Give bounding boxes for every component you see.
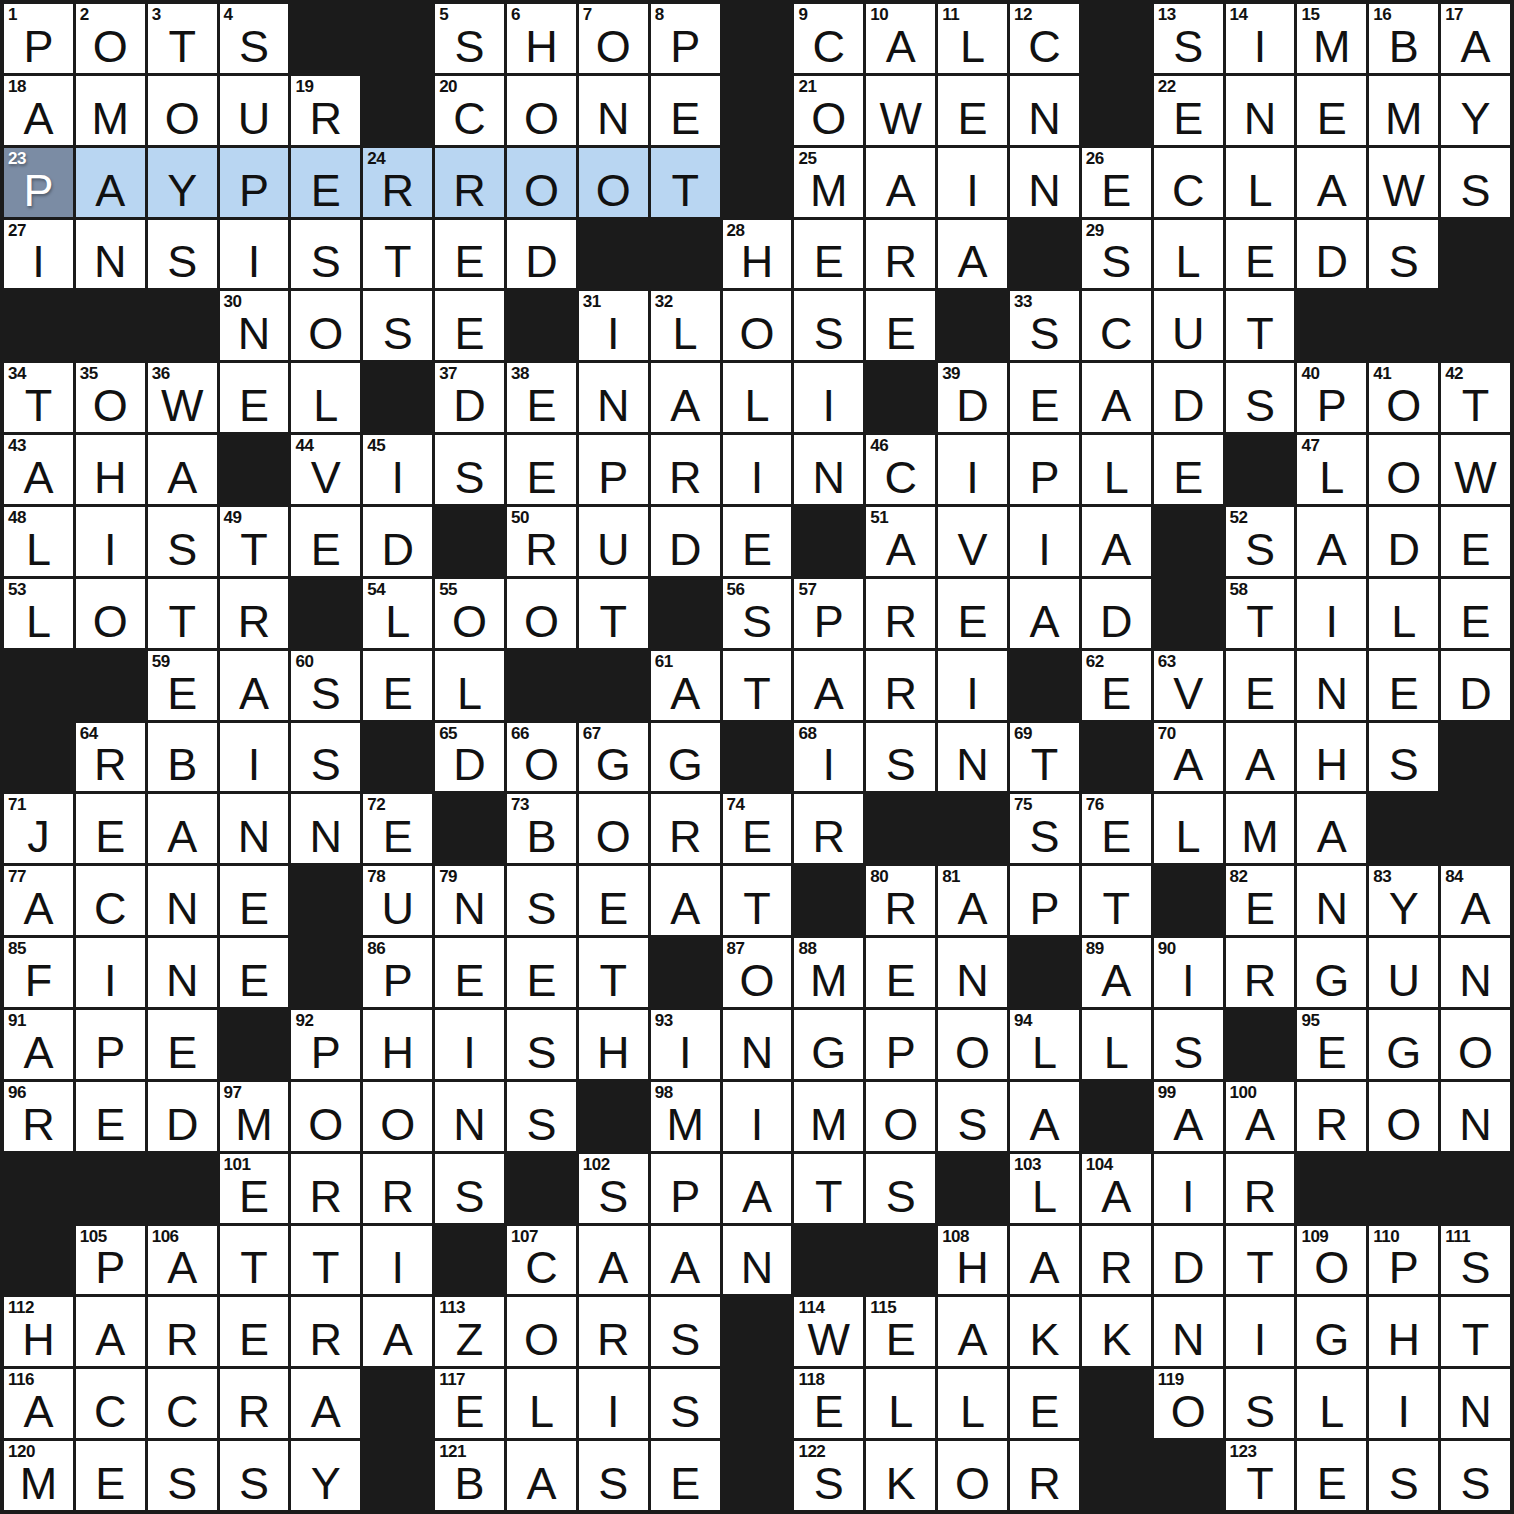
crossword-cell[interactable]: 55O <box>435 579 504 648</box>
crossword-cell[interactable]: T <box>1226 291 1295 360</box>
crossword-cell[interactable]: R <box>651 794 720 863</box>
crossword-cell[interactable]: A <box>507 1441 576 1510</box>
crossword-cell[interactable]: A <box>291 1369 360 1438</box>
crossword-cell[interactable]: 122S <box>794 1441 863 1510</box>
crossword-cell[interactable]: 69T <box>1010 723 1079 792</box>
crossword-cell[interactable]: 92P <box>291 1010 360 1079</box>
crossword-cell[interactable]: 93I <box>651 1010 720 1079</box>
crossword-cell[interactable]: 45I <box>363 435 432 504</box>
crossword-cell[interactable]: 11L <box>938 4 1007 73</box>
crossword-cell[interactable]: T <box>723 651 792 720</box>
crossword-cell[interactable]: E <box>1226 651 1295 720</box>
crossword-cell[interactable]: 60S <box>291 651 360 720</box>
crossword-cell[interactable]: 47L <box>1297 435 1366 504</box>
crossword-cell[interactable]: S <box>651 1297 720 1366</box>
crossword-cell[interactable]: O <box>363 1082 432 1151</box>
crossword-cell[interactable]: N <box>148 866 217 935</box>
crossword-cell[interactable]: A <box>1082 507 1151 576</box>
crossword-cell[interactable]: E <box>1010 363 1079 432</box>
crossword-cell[interactable]: L <box>291 363 360 432</box>
crossword-cell[interactable]: A <box>76 1297 145 1366</box>
crossword-cell[interactable]: R <box>651 435 720 504</box>
crossword-cell[interactable]: E <box>220 1297 289 1366</box>
crossword-cell[interactable]: E <box>1297 76 1366 145</box>
crossword-cell[interactable]: 75S <box>1010 794 1079 863</box>
crossword-cell[interactable]: E <box>1010 1369 1079 1438</box>
crossword-cell[interactable]: C <box>1154 148 1223 217</box>
crossword-cell[interactable]: L <box>1154 220 1223 289</box>
crossword-cell[interactable]: E <box>507 938 576 1007</box>
crossword-cell[interactable]: 44V <box>291 435 360 504</box>
crossword-cell[interactable]: R <box>794 794 863 863</box>
crossword-cell[interactable]: P <box>76 1010 145 1079</box>
crossword-cell[interactable]: E <box>220 938 289 1007</box>
crossword-cell[interactable]: S <box>1369 723 1438 792</box>
crossword-cell[interactable]: 89A <box>1082 938 1151 1007</box>
crossword-cell[interactable]: T <box>220 1226 289 1295</box>
crossword-cell[interactable]: 104A <box>1082 1154 1151 1223</box>
crossword-cell[interactable]: P <box>220 148 289 217</box>
crossword-cell[interactable]: H <box>1297 723 1366 792</box>
crossword-cell[interactable]: E <box>1297 1441 1366 1510</box>
crossword-cell[interactable]: L <box>1154 794 1223 863</box>
crossword-cell[interactable]: 1P <box>4 4 73 73</box>
crossword-cell[interactable]: U <box>1154 291 1223 360</box>
crossword-cell[interactable]: T <box>579 579 648 648</box>
crossword-cell[interactable]: E <box>1441 579 1510 648</box>
crossword-cell[interactable]: 36W <box>148 363 217 432</box>
crossword-cell[interactable]: N <box>1441 1082 1510 1151</box>
crossword-cell[interactable]: T <box>291 1226 360 1295</box>
crossword-cell[interactable]: O <box>938 1010 1007 1079</box>
crossword-cell[interactable]: L <box>507 1369 576 1438</box>
crossword-cell[interactable]: H <box>579 1010 648 1079</box>
crossword-cell[interactable]: 109O <box>1297 1226 1366 1295</box>
crossword-cell[interactable]: R <box>220 579 289 648</box>
crossword-cell[interactable]: 108H <box>938 1226 1007 1295</box>
crossword-cell[interactable]: R <box>148 1297 217 1366</box>
crossword-cell[interactable]: I <box>1297 579 1366 648</box>
crossword-cell[interactable]: O <box>579 148 648 217</box>
crossword-cell[interactable]: 53L <box>4 579 73 648</box>
crossword-cell[interactable]: A <box>1297 507 1366 576</box>
crossword-cell[interactable]: G <box>794 1010 863 1079</box>
crossword-cell[interactable]: E <box>1154 435 1223 504</box>
crossword-cell[interactable]: 103L <box>1010 1154 1079 1223</box>
crossword-cell[interactable]: A <box>1082 363 1151 432</box>
crossword-cell[interactable]: 94L <box>1010 1010 1079 1079</box>
crossword-cell[interactable]: N <box>579 363 648 432</box>
crossword-cell[interactable]: 82E <box>1226 866 1295 935</box>
crossword-cell[interactable]: 58T <box>1226 579 1295 648</box>
crossword-cell[interactable]: O <box>291 291 360 360</box>
crossword-cell[interactable]: S <box>866 723 935 792</box>
crossword-cell[interactable]: 34T <box>4 363 73 432</box>
crossword-cell[interactable]: O <box>866 1082 935 1151</box>
crossword-cell[interactable]: N <box>291 794 360 863</box>
crossword-cell[interactable]: I <box>363 1226 432 1295</box>
crossword-cell[interactable]: O <box>579 794 648 863</box>
crossword-cell[interactable]: 2O <box>76 4 145 73</box>
crossword-cell[interactable]: I <box>76 938 145 1007</box>
crossword-cell[interactable]: M <box>1369 76 1438 145</box>
crossword-cell[interactable]: I <box>76 507 145 576</box>
crossword-cell[interactable]: 87O <box>723 938 792 1007</box>
crossword-cell[interactable]: E <box>76 1441 145 1510</box>
crossword-cell[interactable]: 77A <box>4 866 73 935</box>
crossword-cell[interactable]: N <box>148 938 217 1007</box>
crossword-cell[interactable]: 8P <box>651 4 720 73</box>
crossword-cell[interactable]: A <box>76 148 145 217</box>
crossword-cell[interactable]: R <box>1082 1226 1151 1295</box>
crossword-cell[interactable]: S <box>579 1441 648 1510</box>
crossword-cell[interactable]: T <box>794 1154 863 1223</box>
crossword-cell[interactable]: 20C <box>435 76 504 145</box>
crossword-cell[interactable]: I <box>723 435 792 504</box>
crossword-cell[interactable]: N <box>938 938 1007 1007</box>
crossword-cell[interactable]: D <box>1154 363 1223 432</box>
crossword-cell[interactable]: N <box>435 1082 504 1151</box>
crossword-cell[interactable]: E <box>76 1082 145 1151</box>
crossword-cell[interactable]: 15M <box>1297 4 1366 73</box>
crossword-cell[interactable]: E <box>507 435 576 504</box>
crossword-cell[interactable]: Y <box>148 148 217 217</box>
crossword-cell[interactable]: D <box>363 507 432 576</box>
crossword-cell[interactable]: D <box>1369 507 1438 576</box>
crossword-cell[interactable]: I <box>723 1082 792 1151</box>
crossword-cell[interactable]: 67G <box>579 723 648 792</box>
crossword-cell[interactable]: E <box>938 76 1007 145</box>
crossword-cell[interactable]: I <box>579 1369 648 1438</box>
crossword-cell[interactable]: R <box>866 651 935 720</box>
crossword-cell[interactable]: 21O <box>794 76 863 145</box>
crossword-cell[interactable]: I <box>1226 1297 1295 1366</box>
crossword-cell[interactable]: 4S <box>220 4 289 73</box>
crossword-cell[interactable]: E <box>220 363 289 432</box>
crossword-cell[interactable]: 26E <box>1082 148 1151 217</box>
crossword-cell[interactable]: 12C <box>1010 4 1079 73</box>
crossword-cell[interactable]: N <box>1226 76 1295 145</box>
crossword-cell[interactable]: 25M <box>794 148 863 217</box>
crossword-cell[interactable]: K <box>1010 1297 1079 1366</box>
crossword-cell[interactable]: S <box>291 220 360 289</box>
crossword-cell[interactable]: 117E <box>435 1369 504 1438</box>
crossword-cell[interactable]: 76E <box>1082 794 1151 863</box>
crossword-cell[interactable]: A <box>1010 1082 1079 1151</box>
crossword-cell[interactable]: S <box>507 866 576 935</box>
crossword-cell[interactable]: S <box>866 1154 935 1223</box>
crossword-cell[interactable]: A <box>1010 579 1079 648</box>
crossword-cell[interactable]: A <box>1226 723 1295 792</box>
crossword-cell[interactable]: R <box>1297 1082 1366 1151</box>
crossword-cell[interactable]: 61A <box>651 651 720 720</box>
crossword-cell[interactable]: 114W <box>794 1297 863 1366</box>
crossword-cell[interactable]: D <box>1297 220 1366 289</box>
crossword-cell[interactable]: E <box>363 651 432 720</box>
crossword-cell[interactable]: 13S <box>1154 4 1223 73</box>
crossword-cell[interactable]: 54L <box>363 579 432 648</box>
crossword-cell[interactable]: M <box>76 76 145 145</box>
crossword-cell[interactable]: U <box>220 76 289 145</box>
crossword-cell[interactable]: 51A <box>866 507 935 576</box>
crossword-cell[interactable]: R <box>866 579 935 648</box>
crossword-cell[interactable]: H <box>76 435 145 504</box>
crossword-cell[interactable]: W <box>866 76 935 145</box>
crossword-cell[interactable]: 97M <box>220 1082 289 1151</box>
crossword-cell[interactable]: N <box>1441 1369 1510 1438</box>
crossword-cell[interactable]: 107C <box>507 1226 576 1295</box>
crossword-cell[interactable]: K <box>1082 1297 1151 1366</box>
crossword-cell[interactable]: A <box>363 1297 432 1366</box>
crossword-cell[interactable]: R <box>363 1154 432 1223</box>
crossword-cell[interactable]: S <box>435 1154 504 1223</box>
crossword-cell[interactable]: C <box>76 1369 145 1438</box>
crossword-cell[interactable]: 72E <box>363 794 432 863</box>
crossword-cell[interactable]: 95E <box>1297 1010 1366 1079</box>
crossword-cell[interactable]: 101E <box>220 1154 289 1223</box>
crossword-cell[interactable]: N <box>1010 148 1079 217</box>
crossword-cell[interactable]: 85F <box>4 938 73 1007</box>
crossword-cell[interactable]: A <box>148 435 217 504</box>
crossword-cell[interactable]: 123T <box>1226 1441 1295 1510</box>
crossword-cell[interactable]: E <box>1441 507 1510 576</box>
crossword-cell[interactable]: E <box>435 220 504 289</box>
crossword-cell[interactable]: E <box>291 507 360 576</box>
crossword-cell[interactable]: W <box>1441 435 1510 504</box>
crossword-cell[interactable]: E <box>148 1010 217 1079</box>
crossword-cell[interactable]: 52S <box>1226 507 1295 576</box>
crossword-cell[interactable]: 91A <box>4 1010 73 1079</box>
crossword-cell[interactable]: 56S <box>723 579 792 648</box>
crossword-cell[interactable]: N <box>1441 938 1510 1007</box>
crossword-cell[interactable]: L <box>1297 1369 1366 1438</box>
crossword-cell[interactable]: S <box>1369 1441 1438 1510</box>
crossword-cell[interactable]: 28H <box>723 220 792 289</box>
crossword-cell[interactable]: S <box>1154 1010 1223 1079</box>
crossword-cell[interactable]: R <box>220 1369 289 1438</box>
crossword-cell[interactable]: A <box>1297 148 1366 217</box>
crossword-cell[interactable]: G <box>651 723 720 792</box>
crossword-cell[interactable]: 74E <box>723 794 792 863</box>
crossword-cell[interactable]: T <box>1082 866 1151 935</box>
crossword-cell[interactable]: O <box>938 1441 1007 1510</box>
crossword-cell[interactable]: E <box>651 76 720 145</box>
crossword-cell[interactable]: S <box>938 1082 1007 1151</box>
crossword-cell[interactable]: S <box>220 1441 289 1510</box>
crossword-cell[interactable]: S <box>651 1369 720 1438</box>
crossword-cell[interactable]: T <box>651 148 720 217</box>
crossword-cell[interactable]: 16B <box>1369 4 1438 73</box>
crossword-cell[interactable]: 100A <box>1226 1082 1295 1151</box>
crossword-cell[interactable]: D <box>651 507 720 576</box>
crossword-cell[interactable]: E <box>651 1441 720 1510</box>
crossword-cell[interactable]: 73B <box>507 794 576 863</box>
crossword-cell[interactable]: I <box>435 1010 504 1079</box>
crossword-cell[interactable]: U <box>579 507 648 576</box>
crossword-cell[interactable]: G <box>1369 1010 1438 1079</box>
crossword-cell[interactable]: N <box>794 435 863 504</box>
crossword-cell[interactable]: L <box>938 1369 1007 1438</box>
crossword-cell[interactable]: 88M <box>794 938 863 1007</box>
crossword-cell[interactable]: 33S <box>1010 291 1079 360</box>
crossword-cell[interactable]: D <box>1441 651 1510 720</box>
crossword-cell[interactable]: 39D <box>938 363 1007 432</box>
crossword-cell[interactable]: E <box>76 794 145 863</box>
crossword-cell[interactable]: 19R <box>291 76 360 145</box>
crossword-cell[interactable]: 59E <box>148 651 217 720</box>
crossword-cell[interactable]: 48L <box>4 507 73 576</box>
crossword-cell[interactable]: 9C <box>794 4 863 73</box>
crossword-cell[interactable]: N <box>1010 76 1079 145</box>
crossword-cell[interactable]: 41O <box>1369 363 1438 432</box>
crossword-cell[interactable]: 63V <box>1154 651 1223 720</box>
crossword-cell[interactable]: L <box>1082 1010 1151 1079</box>
crossword-cell[interactable]: S <box>1226 1369 1295 1438</box>
crossword-cell[interactable]: I <box>938 435 1007 504</box>
crossword-cell[interactable]: R <box>291 1154 360 1223</box>
crossword-cell[interactable]: 70A <box>1154 723 1223 792</box>
crossword-cell[interactable]: I <box>938 148 1007 217</box>
crossword-cell[interactable]: O <box>148 76 217 145</box>
crossword-cell[interactable]: O <box>723 291 792 360</box>
crossword-cell[interactable]: 83Y <box>1369 866 1438 935</box>
crossword-cell[interactable]: A <box>579 1226 648 1295</box>
crossword-cell[interactable]: P <box>1010 866 1079 935</box>
crossword-cell[interactable]: N <box>1154 1297 1223 1366</box>
crossword-cell[interactable]: 38E <box>507 363 576 432</box>
crossword-cell[interactable]: N <box>723 1226 792 1295</box>
crossword-cell[interactable]: 29S <box>1082 220 1151 289</box>
crossword-cell[interactable]: A <box>651 363 720 432</box>
crossword-cell[interactable]: T <box>148 579 217 648</box>
crossword-cell[interactable]: L <box>723 363 792 432</box>
crossword-cell[interactable]: O <box>291 1082 360 1151</box>
crossword-cell[interactable]: T <box>579 938 648 1007</box>
crossword-cell[interactable]: 68I <box>794 723 863 792</box>
crossword-cell[interactable]: 116A <box>4 1369 73 1438</box>
crossword-cell[interactable]: 50R <box>507 507 576 576</box>
crossword-cell[interactable]: S <box>148 220 217 289</box>
crossword-cell[interactable]: L <box>1226 148 1295 217</box>
crossword-cell[interactable]: E <box>579 866 648 935</box>
crossword-cell[interactable]: 105P <box>76 1226 145 1295</box>
crossword-cell[interactable]: P <box>579 435 648 504</box>
crossword-cell[interactable]: S <box>435 435 504 504</box>
crossword-cell[interactable]: T <box>1441 1297 1510 1366</box>
crossword-cell[interactable]: A <box>148 794 217 863</box>
crossword-cell[interactable]: 37D <box>435 363 504 432</box>
crossword-cell[interactable]: W <box>1369 148 1438 217</box>
crossword-cell[interactable]: E <box>291 148 360 217</box>
crossword-cell[interactable]: 80R <box>866 866 935 935</box>
crossword-cell[interactable]: B <box>148 723 217 792</box>
crossword-cell[interactable]: H <box>363 1010 432 1079</box>
crossword-cell[interactable]: T <box>363 220 432 289</box>
crossword-cell[interactable]: E <box>866 291 935 360</box>
crossword-cell[interactable]: C <box>1082 291 1151 360</box>
crossword-cell[interactable]: P <box>1010 435 1079 504</box>
crossword-cell[interactable]: 35O <box>76 363 145 432</box>
crossword-cell[interactable]: 46C <box>866 435 935 504</box>
crossword-cell[interactable]: T <box>1226 1226 1295 1295</box>
crossword-cell[interactable]: D <box>148 1082 217 1151</box>
crossword-cell[interactable]: 6H <box>507 4 576 73</box>
crossword-cell[interactable]: 78U <box>363 866 432 935</box>
crossword-cell[interactable]: 10A <box>866 4 935 73</box>
crossword-cell[interactable]: N <box>938 723 1007 792</box>
crossword-cell[interactable]: N <box>76 220 145 289</box>
crossword-cell[interactable]: R <box>291 1297 360 1366</box>
crossword-cell[interactable]: 66O <box>507 723 576 792</box>
crossword-cell[interactable]: E <box>1226 220 1295 289</box>
crossword-cell[interactable]: 30N <box>220 291 289 360</box>
crossword-cell[interactable]: Y <box>1441 76 1510 145</box>
crossword-cell[interactable]: S <box>1441 148 1510 217</box>
crossword-cell[interactable]: 115E <box>866 1297 935 1366</box>
selected-cell[interactable]: 23P <box>4 148 73 217</box>
crossword-cell[interactable]: 96R <box>4 1082 73 1151</box>
crossword-cell[interactable]: 79N <box>435 866 504 935</box>
crossword-cell[interactable]: 42T <box>1441 363 1510 432</box>
crossword-cell[interactable]: 49T <box>220 507 289 576</box>
crossword-cell[interactable]: H <box>1369 1297 1438 1366</box>
crossword-cell[interactable]: I <box>220 723 289 792</box>
crossword-cell[interactable]: S <box>1226 363 1295 432</box>
crossword-cell[interactable]: I <box>794 363 863 432</box>
crossword-cell[interactable]: 71J <box>4 794 73 863</box>
crossword-cell[interactable]: 3T <box>148 4 217 73</box>
crossword-cell[interactable]: 110P <box>1369 1226 1438 1295</box>
crossword-cell[interactable]: 113Z <box>435 1297 504 1366</box>
crossword-cell[interactable]: 99A <box>1154 1082 1223 1151</box>
crossword-cell[interactable]: S <box>507 1010 576 1079</box>
crossword-cell[interactable]: S <box>1441 1441 1510 1510</box>
crossword-cell[interactable]: 121B <box>435 1441 504 1510</box>
crossword-cell[interactable]: 5S <box>435 4 504 73</box>
crossword-cell[interactable]: 81A <box>938 866 1007 935</box>
crossword-cell[interactable]: E <box>435 938 504 1007</box>
crossword-cell[interactable]: A <box>651 866 720 935</box>
crossword-cell[interactable]: 86P <box>363 938 432 1007</box>
crossword-cell[interactable]: A <box>1297 794 1366 863</box>
crossword-cell[interactable]: O <box>507 1297 576 1366</box>
crossword-cell[interactable]: E <box>435 291 504 360</box>
crossword-cell[interactable]: P <box>651 1154 720 1223</box>
crossword-cell[interactable]: I <box>220 220 289 289</box>
crossword-cell[interactable]: 102S <box>579 1154 648 1223</box>
crossword-cell[interactable]: 31I <box>579 291 648 360</box>
crossword-cell[interactable]: 22E <box>1154 76 1223 145</box>
crossword-cell[interactable]: S <box>1369 220 1438 289</box>
crossword-cell[interactable]: S <box>507 1082 576 1151</box>
crossword-cell[interactable]: O <box>507 579 576 648</box>
crossword-cell[interactable]: O <box>76 579 145 648</box>
crossword-cell[interactable]: N <box>1297 866 1366 935</box>
crossword-cell[interactable]: R <box>435 148 504 217</box>
crossword-cell[interactable]: E <box>723 507 792 576</box>
crossword-cell[interactable]: D <box>507 220 576 289</box>
crossword-cell[interactable]: T <box>723 866 792 935</box>
crossword-cell[interactable]: L <box>435 651 504 720</box>
crossword-cell[interactable]: R <box>866 220 935 289</box>
crossword-cell[interactable]: 43A <box>4 435 73 504</box>
crossword-cell[interactable]: N <box>723 1010 792 1079</box>
crossword-cell[interactable]: 18A <box>4 76 73 145</box>
crossword-cell[interactable]: I <box>1154 1154 1223 1223</box>
crossword-cell[interactable]: E <box>866 938 935 1007</box>
crossword-cell[interactable]: R <box>1226 1154 1295 1223</box>
crossword-cell[interactable]: E <box>938 579 1007 648</box>
